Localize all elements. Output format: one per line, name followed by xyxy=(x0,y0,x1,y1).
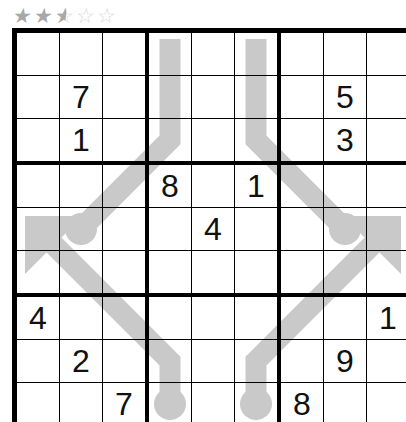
sudoku-board: 7513814412978 xyxy=(12,28,406,422)
cell-r8c4[interactable] xyxy=(149,340,192,383)
cell-r4c5[interactable] xyxy=(192,165,235,208)
cell-r9c6[interactable] xyxy=(235,383,281,422)
cell-r4c3[interactable] xyxy=(103,165,149,208)
cell-r9c7[interactable]: 8 xyxy=(281,383,324,422)
cell-r6c3[interactable] xyxy=(103,251,149,297)
cell-r2c1[interactable] xyxy=(17,76,60,119)
cell-r8c8[interactable]: 9 xyxy=(324,340,367,383)
cell-r6c2[interactable] xyxy=(60,251,103,297)
cell-r5c9[interactable] xyxy=(367,208,406,251)
cell-r7c6[interactable] xyxy=(235,297,281,340)
cell-r7c7[interactable] xyxy=(281,297,324,340)
cell-r6c5[interactable] xyxy=(192,251,235,297)
cell-r1c7[interactable] xyxy=(281,33,324,76)
cell-r1c5[interactable] xyxy=(192,33,235,76)
cell-r3c7[interactable] xyxy=(281,119,324,165)
cell-r2c5[interactable] xyxy=(192,76,235,119)
cell-r8c5[interactable] xyxy=(192,340,235,383)
cell-r5c2[interactable] xyxy=(60,208,103,251)
cell-r2c3[interactable] xyxy=(103,76,149,119)
cell-r3c6[interactable] xyxy=(235,119,281,165)
cell-r6c9[interactable] xyxy=(367,251,406,297)
cell-r6c1[interactable] xyxy=(17,251,60,297)
sudoku-grid: 7513814412978 xyxy=(17,33,406,422)
cell-r8c2[interactable]: 2 xyxy=(60,340,103,383)
cell-r7c1[interactable]: 4 xyxy=(17,297,60,340)
difficulty-rating: ★★☆★☆☆ xyxy=(11,4,119,28)
cell-r8c9[interactable] xyxy=(367,340,406,383)
cell-r7c9[interactable]: 1 xyxy=(367,297,406,340)
cell-r1c6[interactable] xyxy=(235,33,281,76)
cell-r5c7[interactable] xyxy=(281,208,324,251)
cell-r5c4[interactable] xyxy=(149,208,192,251)
cell-r9c1[interactable] xyxy=(17,383,60,422)
cell-r6c4[interactable] xyxy=(149,251,192,297)
cell-r8c1[interactable] xyxy=(17,340,60,383)
cell-r9c4[interactable] xyxy=(149,383,192,422)
cell-r3c8[interactable]: 3 xyxy=(324,119,367,165)
cell-r6c7[interactable] xyxy=(281,251,324,297)
cell-r4c7[interactable] xyxy=(281,165,324,208)
puzzle-page: ★★☆★☆☆ 7513814412978 xyxy=(0,0,406,422)
cell-r6c8[interactable] xyxy=(324,251,367,297)
cell-r9c9[interactable] xyxy=(367,383,406,422)
cell-r3c5[interactable] xyxy=(192,119,235,165)
cell-r7c3[interactable] xyxy=(103,297,149,340)
cell-r4c2[interactable] xyxy=(60,165,103,208)
cell-r4c8[interactable] xyxy=(324,165,367,208)
cell-r9c5[interactable] xyxy=(192,383,235,422)
cell-r6c6[interactable] xyxy=(235,251,281,297)
cell-r7c8[interactable] xyxy=(324,297,367,340)
cell-r3c4[interactable] xyxy=(149,119,192,165)
cell-r4c6[interactable]: 1 xyxy=(235,165,281,208)
cell-r7c5[interactable] xyxy=(192,297,235,340)
cell-r4c1[interactable] xyxy=(17,165,60,208)
cell-r2c4[interactable] xyxy=(149,76,192,119)
cell-r2c2[interactable]: 7 xyxy=(60,76,103,119)
cell-r8c7[interactable] xyxy=(281,340,324,383)
cell-r1c4[interactable] xyxy=(149,33,192,76)
cell-r2c7[interactable] xyxy=(281,76,324,119)
cell-r4c9[interactable] xyxy=(367,165,406,208)
cell-r9c8[interactable] xyxy=(324,383,367,422)
cell-r5c1[interactable] xyxy=(17,208,60,251)
cell-r1c3[interactable] xyxy=(103,33,149,76)
star-icon: ☆ xyxy=(95,4,119,28)
cell-r1c1[interactable] xyxy=(17,33,60,76)
cell-r9c2[interactable] xyxy=(60,383,103,422)
cell-r1c8[interactable] xyxy=(324,33,367,76)
cell-r1c9[interactable] xyxy=(367,33,406,76)
cell-r8c6[interactable] xyxy=(235,340,281,383)
cell-r7c4[interactable] xyxy=(149,297,192,340)
cell-r3c1[interactable] xyxy=(17,119,60,165)
cell-r3c9[interactable] xyxy=(367,119,406,165)
cell-r3c2[interactable]: 1 xyxy=(60,119,103,165)
cell-r1c2[interactable] xyxy=(60,33,103,76)
cell-r7c2[interactable] xyxy=(60,297,103,340)
cell-r5c6[interactable] xyxy=(235,208,281,251)
cell-r5c8[interactable] xyxy=(324,208,367,251)
cell-r2c6[interactable] xyxy=(235,76,281,119)
cell-r8c3[interactable] xyxy=(103,340,149,383)
cell-r5c5[interactable]: 4 xyxy=(192,208,235,251)
cell-r2c8[interactable]: 5 xyxy=(324,76,367,119)
cell-r4c4[interactable]: 8 xyxy=(149,165,192,208)
cell-r3c3[interactable] xyxy=(103,119,149,165)
cell-r2c9[interactable] xyxy=(367,76,406,119)
cell-r9c3[interactable]: 7 xyxy=(103,383,149,422)
cell-r5c3[interactable] xyxy=(103,208,149,251)
